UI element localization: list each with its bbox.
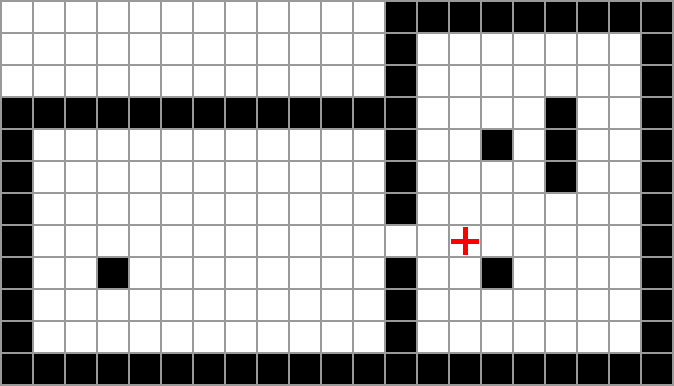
wall-cell	[2, 290, 32, 320]
open-cell	[482, 322, 512, 352]
open-cell	[354, 194, 384, 224]
open-cell	[450, 66, 480, 96]
open-cell	[290, 130, 320, 160]
open-cell	[514, 98, 544, 128]
open-cell	[66, 130, 96, 160]
wall-cell	[642, 322, 672, 352]
open-cell	[66, 66, 96, 96]
open-cell	[226, 290, 256, 320]
open-cell	[290, 66, 320, 96]
wall-cell	[642, 226, 672, 256]
open-cell	[130, 66, 160, 96]
wall-cell	[386, 162, 416, 192]
target-cross-cell	[450, 226, 480, 256]
wall-cell	[482, 2, 512, 32]
wall-cell	[162, 98, 192, 128]
wall-cell	[546, 354, 576, 384]
wall-cell	[322, 98, 352, 128]
open-cell	[226, 322, 256, 352]
open-cell	[354, 226, 384, 256]
open-cell	[514, 66, 544, 96]
wall-cell	[66, 354, 96, 384]
wall-cell	[130, 354, 160, 384]
open-cell	[610, 34, 640, 64]
open-cell	[578, 130, 608, 160]
open-cell	[514, 258, 544, 288]
wall-cell	[34, 354, 64, 384]
maze-board	[0, 0, 674, 386]
wall-cell	[194, 354, 224, 384]
open-cell	[610, 194, 640, 224]
wall-cell	[98, 258, 128, 288]
wall-cell	[2, 162, 32, 192]
open-cell	[66, 258, 96, 288]
open-cell	[578, 162, 608, 192]
wall-cell	[514, 354, 544, 384]
open-cell	[226, 130, 256, 160]
wall-cell	[226, 354, 256, 384]
wall-cell	[386, 258, 416, 288]
open-cell	[258, 322, 288, 352]
open-cell	[418, 34, 448, 64]
open-cell	[514, 34, 544, 64]
wall-cell	[34, 98, 64, 128]
open-cell	[162, 290, 192, 320]
open-cell	[322, 226, 352, 256]
open-cell	[258, 162, 288, 192]
open-cell	[130, 322, 160, 352]
open-cell	[194, 258, 224, 288]
open-cell	[34, 226, 64, 256]
wall-cell	[642, 66, 672, 96]
open-cell	[258, 290, 288, 320]
open-cell	[450, 34, 480, 64]
open-cell	[354, 130, 384, 160]
wall-cell	[578, 2, 608, 32]
wall-cell	[386, 290, 416, 320]
wall-cell	[2, 322, 32, 352]
open-cell	[226, 2, 256, 32]
open-cell	[418, 322, 448, 352]
open-cell	[546, 322, 576, 352]
open-cell	[258, 2, 288, 32]
wall-cell	[642, 194, 672, 224]
open-cell	[162, 34, 192, 64]
open-cell	[194, 322, 224, 352]
open-cell	[322, 66, 352, 96]
open-cell	[386, 226, 416, 256]
wall-cell	[258, 98, 288, 128]
open-cell	[418, 98, 448, 128]
open-cell	[322, 194, 352, 224]
wall-cell	[642, 130, 672, 160]
wall-cell	[290, 98, 320, 128]
open-cell	[322, 322, 352, 352]
open-cell	[194, 194, 224, 224]
open-cell	[194, 130, 224, 160]
open-cell	[450, 322, 480, 352]
open-cell	[290, 2, 320, 32]
open-cell	[610, 162, 640, 192]
wall-cell	[386, 354, 416, 384]
open-cell	[162, 194, 192, 224]
open-cell	[98, 290, 128, 320]
open-cell	[450, 258, 480, 288]
open-cell	[450, 290, 480, 320]
open-cell	[418, 226, 448, 256]
wall-cell	[386, 2, 416, 32]
wall-cell	[386, 130, 416, 160]
wall-cell	[514, 2, 544, 32]
open-cell	[354, 34, 384, 64]
wall-cell	[2, 354, 32, 384]
open-cell	[322, 290, 352, 320]
wall-cell	[482, 130, 512, 160]
open-cell	[130, 162, 160, 192]
wall-cell	[386, 322, 416, 352]
open-cell	[34, 2, 64, 32]
open-cell	[546, 290, 576, 320]
open-cell	[258, 130, 288, 160]
open-cell	[610, 258, 640, 288]
open-cell	[450, 98, 480, 128]
open-cell	[66, 2, 96, 32]
open-cell	[258, 34, 288, 64]
open-cell	[194, 226, 224, 256]
open-cell	[290, 162, 320, 192]
open-cell	[546, 226, 576, 256]
open-cell	[418, 130, 448, 160]
open-cell	[34, 290, 64, 320]
open-cell	[610, 66, 640, 96]
open-cell	[418, 194, 448, 224]
open-cell	[450, 130, 480, 160]
open-cell	[546, 66, 576, 96]
open-cell	[130, 290, 160, 320]
open-cell	[34, 258, 64, 288]
open-cell	[322, 130, 352, 160]
open-cell	[578, 66, 608, 96]
open-cell	[418, 162, 448, 192]
open-cell	[290, 290, 320, 320]
open-cell	[578, 98, 608, 128]
open-cell	[482, 98, 512, 128]
open-cell	[2, 34, 32, 64]
open-cell	[130, 226, 160, 256]
open-cell	[162, 162, 192, 192]
wall-cell	[226, 98, 256, 128]
wall-cell	[162, 354, 192, 384]
open-cell	[66, 226, 96, 256]
open-cell	[322, 34, 352, 64]
open-cell	[610, 98, 640, 128]
open-cell	[162, 322, 192, 352]
open-cell	[130, 194, 160, 224]
open-cell	[610, 130, 640, 160]
open-cell	[194, 66, 224, 96]
wall-cell	[2, 194, 32, 224]
wall-cell	[642, 290, 672, 320]
open-cell	[226, 162, 256, 192]
wall-cell	[322, 354, 352, 384]
open-cell	[546, 194, 576, 224]
open-cell	[226, 226, 256, 256]
wall-cell	[482, 354, 512, 384]
open-cell	[482, 162, 512, 192]
open-cell	[354, 322, 384, 352]
open-cell	[514, 194, 544, 224]
open-cell	[578, 226, 608, 256]
wall-cell	[2, 130, 32, 160]
wall-cell	[546, 2, 576, 32]
open-cell	[610, 290, 640, 320]
wall-cell	[354, 98, 384, 128]
wall-cell	[642, 258, 672, 288]
open-cell	[130, 2, 160, 32]
wall-cell	[2, 226, 32, 256]
open-cell	[98, 2, 128, 32]
open-cell	[482, 290, 512, 320]
open-cell	[162, 2, 192, 32]
open-cell	[258, 226, 288, 256]
open-cell	[578, 290, 608, 320]
wall-cell	[2, 258, 32, 288]
wall-cell	[98, 98, 128, 128]
open-cell	[450, 194, 480, 224]
open-cell	[482, 66, 512, 96]
open-cell	[482, 34, 512, 64]
open-cell	[66, 290, 96, 320]
open-cell	[514, 162, 544, 192]
open-cell	[418, 66, 448, 96]
wall-cell	[386, 194, 416, 224]
wall-cell	[290, 354, 320, 384]
wall-cell	[482, 258, 512, 288]
open-cell	[162, 130, 192, 160]
wall-cell	[418, 2, 448, 32]
open-cell	[226, 34, 256, 64]
open-cell	[290, 34, 320, 64]
open-cell	[290, 194, 320, 224]
open-cell	[322, 162, 352, 192]
open-cell	[226, 258, 256, 288]
open-cell	[162, 66, 192, 96]
open-cell	[2, 66, 32, 96]
open-cell	[98, 322, 128, 352]
wall-cell	[546, 130, 576, 160]
open-cell	[130, 258, 160, 288]
open-cell	[66, 194, 96, 224]
open-cell	[194, 2, 224, 32]
open-cell	[322, 2, 352, 32]
open-cell	[354, 2, 384, 32]
open-cell	[354, 162, 384, 192]
wall-cell	[610, 354, 640, 384]
open-cell	[610, 226, 640, 256]
open-cell	[34, 322, 64, 352]
open-cell	[482, 226, 512, 256]
wall-cell	[354, 354, 384, 384]
wall-cell	[642, 98, 672, 128]
open-cell	[514, 290, 544, 320]
open-cell	[162, 258, 192, 288]
open-cell	[546, 258, 576, 288]
open-cell	[2, 2, 32, 32]
open-cell	[514, 322, 544, 352]
open-cell	[194, 162, 224, 192]
wall-cell	[386, 34, 416, 64]
open-cell	[66, 162, 96, 192]
open-cell	[578, 34, 608, 64]
wall-cell	[642, 354, 672, 384]
open-cell	[226, 194, 256, 224]
open-cell	[34, 130, 64, 160]
wall-cell	[386, 98, 416, 128]
open-cell	[34, 66, 64, 96]
wall-cell	[66, 98, 96, 128]
open-cell	[258, 194, 288, 224]
wall-cell	[418, 354, 448, 384]
open-cell	[226, 66, 256, 96]
wall-cell	[546, 162, 576, 192]
open-cell	[34, 194, 64, 224]
open-cell	[258, 66, 288, 96]
open-cell	[482, 194, 512, 224]
open-cell	[66, 34, 96, 64]
open-cell	[578, 258, 608, 288]
wall-cell	[450, 354, 480, 384]
open-cell	[98, 34, 128, 64]
wall-cell	[98, 354, 128, 384]
wall-cell	[194, 98, 224, 128]
open-cell	[290, 258, 320, 288]
open-cell	[34, 34, 64, 64]
open-cell	[194, 34, 224, 64]
open-cell	[130, 34, 160, 64]
wall-cell	[642, 34, 672, 64]
open-cell	[322, 258, 352, 288]
open-cell	[98, 66, 128, 96]
wall-cell	[130, 98, 160, 128]
open-cell	[290, 322, 320, 352]
wall-cell	[642, 162, 672, 192]
open-cell	[98, 162, 128, 192]
open-cell	[354, 290, 384, 320]
open-cell	[98, 194, 128, 224]
open-cell	[162, 226, 192, 256]
open-cell	[290, 226, 320, 256]
open-cell	[578, 322, 608, 352]
wall-cell	[386, 66, 416, 96]
open-cell	[418, 258, 448, 288]
wall-cell	[610, 2, 640, 32]
open-cell	[514, 130, 544, 160]
wall-cell	[258, 354, 288, 384]
open-cell	[610, 322, 640, 352]
open-cell	[194, 290, 224, 320]
open-cell	[354, 258, 384, 288]
open-cell	[258, 258, 288, 288]
open-cell	[98, 130, 128, 160]
open-cell	[546, 34, 576, 64]
wall-cell	[578, 354, 608, 384]
open-cell	[66, 322, 96, 352]
cross-marker-vertical-bar	[463, 227, 468, 255]
wall-cell	[450, 2, 480, 32]
open-cell	[514, 226, 544, 256]
open-cell	[130, 130, 160, 160]
open-cell	[418, 290, 448, 320]
wall-cell	[2, 98, 32, 128]
open-cell	[578, 194, 608, 224]
wall-cell	[642, 2, 672, 32]
open-cell	[34, 162, 64, 192]
open-cell	[354, 66, 384, 96]
wall-cell	[546, 98, 576, 128]
open-cell	[98, 226, 128, 256]
open-cell	[450, 162, 480, 192]
